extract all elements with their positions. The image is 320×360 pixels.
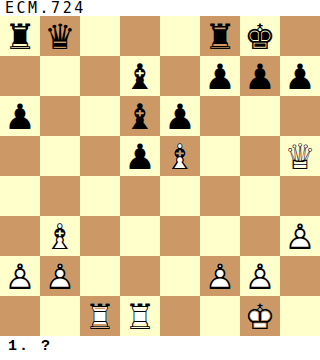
square-e3[interactable] [160,216,200,256]
piece-glyph: ♟ [280,56,320,96]
black-pawn-h7[interactable]: ♟ [280,56,320,96]
piece-outline-glyph: ♖ [120,296,160,336]
square-b5[interactable] [40,136,80,176]
square-e1[interactable] [160,296,200,336]
white-bishop-b3[interactable]: ♝♗ [40,216,80,256]
square-d7[interactable]: ♝ [120,56,160,96]
chess-board: ♜♛♜♚♝♟♟♟♟♝♟♟♝♗♛♕♝♗♟♙♟♙♟♙♟♙♟♙♜♖♜♖♚♔ [0,16,320,336]
square-c6[interactable] [80,96,120,136]
square-b3[interactable]: ♝♗ [40,216,80,256]
square-e8[interactable] [160,16,200,56]
piece-glyph: ♚ [240,16,280,56]
square-e7[interactable] [160,56,200,96]
square-a1[interactable] [0,296,40,336]
square-a7[interactable] [0,56,40,96]
square-c4[interactable] [80,176,120,216]
square-e4[interactable] [160,176,200,216]
black-pawn-g7[interactable]: ♟ [240,56,280,96]
square-d5[interactable]: ♟ [120,136,160,176]
piece-glyph: ♜ [0,16,40,56]
square-f8[interactable]: ♜ [200,16,240,56]
square-a8[interactable]: ♜ [0,16,40,56]
white-pawn-b2[interactable]: ♟♙ [40,256,80,296]
square-c1[interactable]: ♜♖ [80,296,120,336]
piece-glyph: ♜ [200,16,240,56]
piece-outline-glyph: ♖ [80,296,120,336]
move-prompt: 1. ? [8,338,52,356]
square-h2[interactable] [280,256,320,296]
square-e5[interactable]: ♝♗ [160,136,200,176]
black-rook-a8[interactable]: ♜ [0,16,40,56]
piece-glyph: ♟ [200,56,240,96]
piece-glyph: ♛ [40,16,80,56]
square-b1[interactable] [40,296,80,336]
piece-glyph: ♝ [120,56,160,96]
square-d2[interactable] [120,256,160,296]
piece-outline-glyph: ♙ [40,256,80,296]
piece-glyph: ♟ [160,96,200,136]
square-a5[interactable] [0,136,40,176]
white-rook-c1[interactable]: ♜♖ [80,296,120,336]
square-b7[interactable] [40,56,80,96]
square-b6[interactable] [40,96,80,136]
square-g8[interactable]: ♚ [240,16,280,56]
piece-outline-glyph: ♙ [200,256,240,296]
square-g1[interactable]: ♚♔ [240,296,280,336]
square-e2[interactable] [160,256,200,296]
square-f7[interactable]: ♟ [200,56,240,96]
piece-outline-glyph: ♕ [280,136,320,176]
piece-outline-glyph: ♗ [40,216,80,256]
piece-outline-glyph: ♙ [240,256,280,296]
piece-glyph: ♟ [0,96,40,136]
square-h3[interactable]: ♟♙ [280,216,320,256]
square-f6[interactable] [200,96,240,136]
piece-outline-glyph: ♗ [160,136,200,176]
chess-puzzle-page: ECM.724 ♜♛♜♚♝♟♟♟♟♝♟♟♝♗♛♕♝♗♟♙♟♙♟♙♟♙♟♙♜♖♜♖… [0,0,320,360]
square-h8[interactable] [280,16,320,56]
square-f5[interactable] [200,136,240,176]
white-pawn-f2[interactable]: ♟♙ [200,256,240,296]
piece-glyph: ♝ [120,96,160,136]
square-g4[interactable] [240,176,280,216]
square-b4[interactable] [40,176,80,216]
black-bishop-d7[interactable]: ♝ [120,56,160,96]
piece-outline-glyph: ♙ [0,256,40,296]
white-bishop-e5[interactable]: ♝♗ [160,136,200,176]
square-c5[interactable] [80,136,120,176]
square-d3[interactable] [120,216,160,256]
square-d8[interactable] [120,16,160,56]
square-b8[interactable]: ♛ [40,16,80,56]
white-pawn-g2[interactable]: ♟♙ [240,256,280,296]
square-a4[interactable] [0,176,40,216]
square-b2[interactable]: ♟♙ [40,256,80,296]
square-f3[interactable] [200,216,240,256]
white-pawn-a2[interactable]: ♟♙ [0,256,40,296]
square-f4[interactable] [200,176,240,216]
square-d6[interactable]: ♝ [120,96,160,136]
square-h4[interactable] [280,176,320,216]
white-king-g1[interactable]: ♚♔ [240,296,280,336]
piece-glyph: ♟ [240,56,280,96]
square-f1[interactable] [200,296,240,336]
square-c3[interactable] [80,216,120,256]
square-h5[interactable]: ♛♕ [280,136,320,176]
square-g2[interactable]: ♟♙ [240,256,280,296]
black-king-g8[interactable]: ♚ [240,16,280,56]
piece-outline-glyph: ♙ [280,216,320,256]
square-c8[interactable] [80,16,120,56]
square-g6[interactable] [240,96,280,136]
piece-outline-glyph: ♔ [240,296,280,336]
square-a2[interactable]: ♟♙ [0,256,40,296]
black-pawn-a6[interactable]: ♟ [0,96,40,136]
square-d1[interactable]: ♜♖ [120,296,160,336]
square-g3[interactable] [240,216,280,256]
black-pawn-e6[interactable]: ♟ [160,96,200,136]
square-a6[interactable]: ♟ [0,96,40,136]
black-rook-f8[interactable]: ♜ [200,16,240,56]
square-d4[interactable] [120,176,160,216]
square-h7[interactable]: ♟ [280,56,320,96]
square-f2[interactable]: ♟♙ [200,256,240,296]
puzzle-title: ECM.724 [5,0,86,16]
square-a3[interactable] [0,216,40,256]
white-rook-d1[interactable]: ♜♖ [120,296,160,336]
white-queen-h5[interactable]: ♛♕ [280,136,320,176]
piece-glyph: ♟ [120,136,160,176]
black-bishop-d6[interactable]: ♝ [120,96,160,136]
square-g5[interactable] [240,136,280,176]
square-h6[interactable] [280,96,320,136]
square-g7[interactable]: ♟ [240,56,280,96]
black-pawn-d5[interactable]: ♟ [120,136,160,176]
square-e6[interactable]: ♟ [160,96,200,136]
black-queen-b8[interactable]: ♛ [40,16,80,56]
black-pawn-f7[interactable]: ♟ [200,56,240,96]
square-h1[interactable] [280,296,320,336]
square-c7[interactable] [80,56,120,96]
square-c2[interactable] [80,256,120,296]
white-pawn-h3[interactable]: ♟♙ [280,216,320,256]
